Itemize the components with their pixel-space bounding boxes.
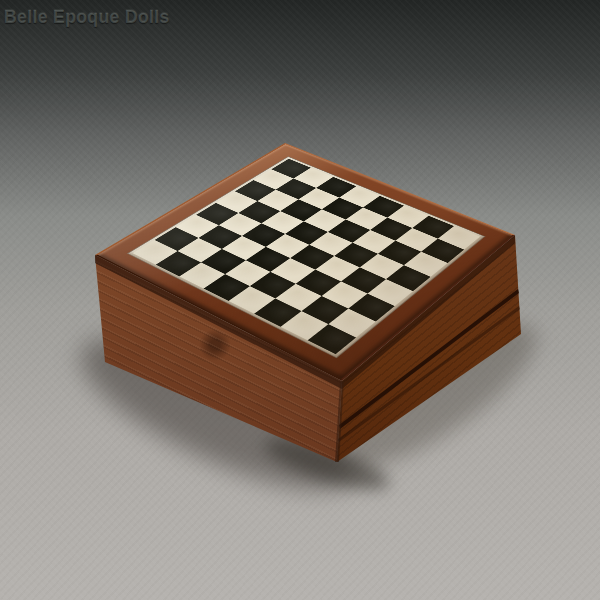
watermark-text: Belle Epoque Dolls <box>4 7 170 28</box>
photo-stage: Belle Epoque Dolls <box>0 0 600 600</box>
